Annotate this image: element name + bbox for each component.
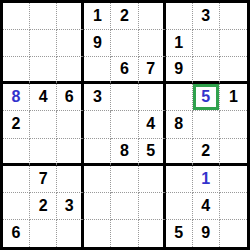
cell-r5c9[interactable] <box>220 111 247 138</box>
cell-r2c1[interactable] <box>3 30 30 57</box>
cell-r8c3[interactable]: 3 <box>57 193 84 220</box>
cell-r2c4[interactable]: 9 <box>84 30 111 57</box>
cell-r8c5[interactable] <box>111 193 138 220</box>
cell-r8c1[interactable] <box>3 193 30 220</box>
cell-r4c9[interactable]: 1 <box>220 84 247 111</box>
cell-r2c3[interactable] <box>57 30 84 57</box>
cell-r4c7[interactable] <box>166 84 193 111</box>
cell-r2c9[interactable] <box>220 30 247 57</box>
cell-r9c9[interactable] <box>220 220 247 247</box>
cell-r7c4[interactable] <box>84 166 111 193</box>
cell-r1c8[interactable]: 3 <box>193 3 220 30</box>
cell-r6c8[interactable]: 2 <box>193 139 220 166</box>
cell-r7c6[interactable] <box>139 166 166 193</box>
cell-r6c9[interactable] <box>220 139 247 166</box>
cell-r7c3[interactable] <box>57 166 84 193</box>
cell-r6c7[interactable] <box>166 139 193 166</box>
cell-r1c3[interactable] <box>57 3 84 30</box>
cell-r6c6[interactable]: 5 <box>139 139 166 166</box>
cell-r5c7[interactable]: 8 <box>166 111 193 138</box>
cell-r8c2[interactable]: 2 <box>30 193 57 220</box>
cell-r8c9[interactable] <box>220 193 247 220</box>
cell-r2c6[interactable] <box>139 30 166 57</box>
cell-r4c5[interactable] <box>111 84 138 111</box>
cell-r5c4[interactable] <box>84 111 111 138</box>
cell-r9c1[interactable]: 6 <box>3 220 30 247</box>
cell-r3c2[interactable] <box>30 57 57 84</box>
cell-r5c8[interactable] <box>193 111 220 138</box>
cell-r3c3[interactable] <box>57 57 84 84</box>
cell-r7c9[interactable] <box>220 166 247 193</box>
cell-r5c2[interactable] <box>30 111 57 138</box>
cell-r8c6[interactable] <box>139 193 166 220</box>
sudoku-board: 1239167984635124885271234659 <box>0 0 250 250</box>
cell-r9c2[interactable] <box>30 220 57 247</box>
cell-r2c2[interactable] <box>30 30 57 57</box>
cell-r1c5[interactable]: 2 <box>111 3 138 30</box>
cell-r9c3[interactable] <box>57 220 84 247</box>
cell-r3c6[interactable]: 7 <box>139 57 166 84</box>
cell-r6c1[interactable] <box>3 139 30 166</box>
cell-r3c4[interactable] <box>84 57 111 84</box>
cell-r9c6[interactable] <box>139 220 166 247</box>
cell-r7c5[interactable] <box>111 166 138 193</box>
cell-r3c7[interactable]: 9 <box>166 57 193 84</box>
cell-r4c6[interactable] <box>139 84 166 111</box>
cell-r8c8[interactable]: 4 <box>193 193 220 220</box>
cell-r4c1[interactable]: 8 <box>3 84 30 111</box>
cell-r4c2[interactable]: 4 <box>30 84 57 111</box>
cell-r5c3[interactable] <box>57 111 84 138</box>
cell-r8c7[interactable] <box>166 193 193 220</box>
cell-r7c1[interactable] <box>3 166 30 193</box>
cell-r9c7[interactable]: 5 <box>166 220 193 247</box>
cell-r2c5[interactable] <box>111 30 138 57</box>
cell-r5c5[interactable] <box>111 111 138 138</box>
cell-r4c4[interactable]: 3 <box>84 84 111 111</box>
cell-r1c6[interactable] <box>139 3 166 30</box>
cell-r6c5[interactable]: 8 <box>111 139 138 166</box>
cell-r6c4[interactable] <box>84 139 111 166</box>
cell-r7c8[interactable]: 1 <box>193 166 220 193</box>
cell-r9c8[interactable]: 9 <box>193 220 220 247</box>
cell-r3c9[interactable] <box>220 57 247 84</box>
cell-r7c7[interactable] <box>166 166 193 193</box>
cell-r3c1[interactable] <box>3 57 30 84</box>
cell-r5c1[interactable]: 2 <box>3 111 30 138</box>
cell-r3c5[interactable]: 6 <box>111 57 138 84</box>
cell-r5c6[interactable]: 4 <box>139 111 166 138</box>
cell-r2c7[interactable]: 1 <box>166 30 193 57</box>
cell-r6c3[interactable] <box>57 139 84 166</box>
cell-r3c8[interactable] <box>193 57 220 84</box>
cell-r8c4[interactable] <box>84 193 111 220</box>
cell-r1c9[interactable] <box>220 3 247 30</box>
cell-r6c2[interactable] <box>30 139 57 166</box>
cell-r7c2[interactable]: 7 <box>30 166 57 193</box>
cell-r1c1[interactable] <box>3 3 30 30</box>
cell-r1c2[interactable] <box>30 3 57 30</box>
cell-r1c7[interactable] <box>166 3 193 30</box>
cell-r9c4[interactable] <box>84 220 111 247</box>
cell-r9c5[interactable] <box>111 220 138 247</box>
cell-r4c3[interactable]: 6 <box>57 84 84 111</box>
cell-r1c4[interactable]: 1 <box>84 3 111 30</box>
cell-r4c8-selected[interactable]: 5 <box>193 84 220 111</box>
cell-r2c8[interactable] <box>193 30 220 57</box>
